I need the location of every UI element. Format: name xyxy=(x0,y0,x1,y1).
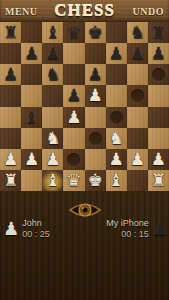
square-a8[interactable]: ♜ xyxy=(0,22,21,43)
white-pawn-g2[interactable]: ♟ xyxy=(127,149,148,170)
square-a1[interactable]: ♜ xyxy=(0,170,21,191)
square-h2[interactable]: ♟ xyxy=(148,149,169,170)
menu-button[interactable]: MENU xyxy=(0,6,43,17)
black-king-e8[interactable]: ♚ xyxy=(85,22,106,43)
black-pawn-b7[interactable]: ♟ xyxy=(21,43,42,64)
black-bishop-c8[interactable]: ♝ xyxy=(42,22,63,43)
square-c8[interactable]: ♝ xyxy=(42,22,63,43)
black-pawn-f7[interactable]: ♟ xyxy=(106,43,127,64)
square-d4[interactable]: ♟ xyxy=(63,107,84,128)
square-b8[interactable] xyxy=(21,22,42,43)
undo-button[interactable]: UNDO xyxy=(128,6,169,17)
square-c5[interactable] xyxy=(42,85,63,106)
legal-move-dot-g5[interactable] xyxy=(131,89,144,102)
black-rook-h8[interactable]: ♜ xyxy=(148,22,169,43)
square-e7[interactable] xyxy=(85,43,106,64)
black-pawn-c7[interactable]: ♟ xyxy=(42,43,63,64)
white-pawn-icon: ♟ xyxy=(3,218,19,240)
square-f4[interactable] xyxy=(106,107,127,128)
square-h4[interactable] xyxy=(148,107,169,128)
square-d2[interactable] xyxy=(63,149,84,170)
square-g5[interactable] xyxy=(127,85,148,106)
white-rook-a1[interactable]: ♜ xyxy=(0,170,21,191)
square-f6[interactable] xyxy=(106,64,127,85)
square-e4[interactable] xyxy=(85,107,106,128)
square-f7[interactable]: ♟ xyxy=(106,43,127,64)
square-e5[interactable]: ♟ xyxy=(85,85,106,106)
white-pawn-a2[interactable]: ♟ xyxy=(0,149,21,170)
white-king-e1[interactable]: ♚ xyxy=(85,170,106,191)
square-h3[interactable] xyxy=(148,128,169,149)
black-queen-d8[interactable]: ♛ xyxy=(63,22,84,43)
square-c3[interactable]: ♞ xyxy=(42,128,63,149)
square-b1[interactable] xyxy=(21,170,42,191)
square-g4[interactable] xyxy=(127,107,148,128)
player-black: My iPhone 00 : 15 ♟ xyxy=(103,218,168,240)
legal-move-dot-h6[interactable] xyxy=(152,68,165,81)
square-h6[interactable] xyxy=(148,64,169,85)
square-f5[interactable] xyxy=(106,85,127,106)
square-g8[interactable]: ♞ xyxy=(127,22,148,43)
square-f3[interactable]: ♞ xyxy=(106,128,127,149)
square-g2[interactable]: ♟ xyxy=(127,149,148,170)
white-bishop-f1[interactable]: ♝ xyxy=(106,170,127,191)
square-h1[interactable]: ♜ xyxy=(148,170,169,191)
square-b4[interactable]: ♝ xyxy=(21,107,42,128)
white-pawn-f2[interactable]: ♟ xyxy=(106,149,127,170)
legal-move-dot-f4[interactable] xyxy=(110,111,123,124)
white-pawn-b2[interactable]: ♟ xyxy=(21,149,42,170)
black-pawn-a6[interactable]: ♟ xyxy=(0,64,21,85)
square-c7[interactable]: ♟ xyxy=(42,43,63,64)
square-d6[interactable] xyxy=(63,64,84,85)
square-a7[interactable] xyxy=(0,43,21,64)
player-white: ♟ John 00 : 25 xyxy=(3,218,53,240)
white-pawn-h2[interactable]: ♟ xyxy=(148,149,169,170)
top-bar: MENU CHESS UNDO xyxy=(0,0,169,22)
black-pawn-d5[interactable]: ♟ xyxy=(63,85,84,106)
black-player-clock: 00 : 15 xyxy=(121,229,149,240)
square-h5[interactable] xyxy=(148,85,169,106)
square-d8[interactable]: ♛ xyxy=(63,22,84,43)
square-a4[interactable] xyxy=(0,107,21,128)
black-knight-g8[interactable]: ♞ xyxy=(127,22,148,43)
black-pawn-g7[interactable]: ♟ xyxy=(127,43,148,64)
square-g6[interactable] xyxy=(127,64,148,85)
legal-move-dot-d2[interactable] xyxy=(67,153,80,166)
square-e1[interactable]: ♚ xyxy=(85,170,106,191)
white-bishop-c1[interactable]: ♝ xyxy=(42,170,63,191)
square-e3[interactable] xyxy=(85,128,106,149)
square-b7[interactable]: ♟ xyxy=(21,43,42,64)
square-d1[interactable]: ♛ xyxy=(63,170,84,191)
square-a5[interactable] xyxy=(0,85,21,106)
black-pawn-icon: ♟ xyxy=(152,218,168,240)
black-pawn-h7[interactable]: ♟ xyxy=(148,43,169,64)
black-bishop-b4[interactable]: ♝ xyxy=(21,107,42,128)
square-e6[interactable]: ♟ xyxy=(85,64,106,85)
white-knight-f3[interactable]: ♞ xyxy=(106,128,127,149)
square-f2[interactable]: ♟ xyxy=(106,149,127,170)
black-player-name: My iPhone xyxy=(106,218,149,229)
square-b6[interactable] xyxy=(21,64,42,85)
square-a2[interactable]: ♟ xyxy=(0,149,21,170)
square-d3[interactable] xyxy=(63,128,84,149)
white-queen-d1[interactable]: ♛ xyxy=(63,170,84,191)
square-f8[interactable] xyxy=(106,22,127,43)
square-d5[interactable]: ♟ xyxy=(63,85,84,106)
square-c6[interactable]: ♞ xyxy=(42,64,63,85)
legal-move-dot-e3[interactable] xyxy=(89,132,102,145)
square-b3[interactable] xyxy=(21,128,42,149)
square-a6[interactable]: ♟ xyxy=(0,64,21,85)
black-knight-c6[interactable]: ♞ xyxy=(42,64,63,85)
black-rook-a8[interactable]: ♜ xyxy=(0,22,21,43)
square-h7[interactable]: ♟ xyxy=(148,43,169,64)
square-b2[interactable]: ♟ xyxy=(21,149,42,170)
chess-board: ♜♝♛♚♞♜♟♟♟♟♟♟♞♟♟♟♝♟♞♞♟♟♟♟♟♟♜♝♛♚♝♜ xyxy=(0,22,169,191)
square-g7[interactable]: ♟ xyxy=(127,43,148,64)
white-player-name: John xyxy=(22,218,50,229)
square-b5[interactable] xyxy=(21,85,42,106)
app-screen: MENU CHESS UNDO ♜♝♛♚♞♜♟♟♟♟♟♟♞♟♟♟♝♟♞♞♟♟♟♟… xyxy=(0,0,169,300)
square-h8[interactable]: ♜ xyxy=(148,22,169,43)
square-a3[interactable] xyxy=(0,128,21,149)
bottom-panel: ♟ John 00 : 25 My iPhone 00 : 15 ♟ xyxy=(0,191,169,300)
white-knight-c3[interactable]: ♞ xyxy=(42,128,63,149)
square-e8[interactable]: ♚ xyxy=(85,22,106,43)
white-pawn-e5[interactable]: ♟ xyxy=(85,85,106,106)
square-e2[interactable] xyxy=(85,149,106,170)
white-pawn-c2[interactable]: ♟ xyxy=(42,149,63,170)
square-g1[interactable] xyxy=(127,170,148,191)
square-c2[interactable]: ♟ xyxy=(42,149,63,170)
white-rook-h1[interactable]: ♜ xyxy=(148,170,169,191)
white-player-clock: 00 : 25 xyxy=(22,229,50,240)
square-g3[interactable] xyxy=(127,128,148,149)
square-f1[interactable]: ♝ xyxy=(106,170,127,191)
white-pawn-d4[interactable]: ♟ xyxy=(63,107,84,128)
square-c4[interactable] xyxy=(42,107,63,128)
square-d7[interactable] xyxy=(63,43,84,64)
eye-icon xyxy=(68,200,102,220)
square-c1[interactable]: ♝ xyxy=(42,170,63,191)
black-pawn-e6[interactable]: ♟ xyxy=(85,64,106,85)
